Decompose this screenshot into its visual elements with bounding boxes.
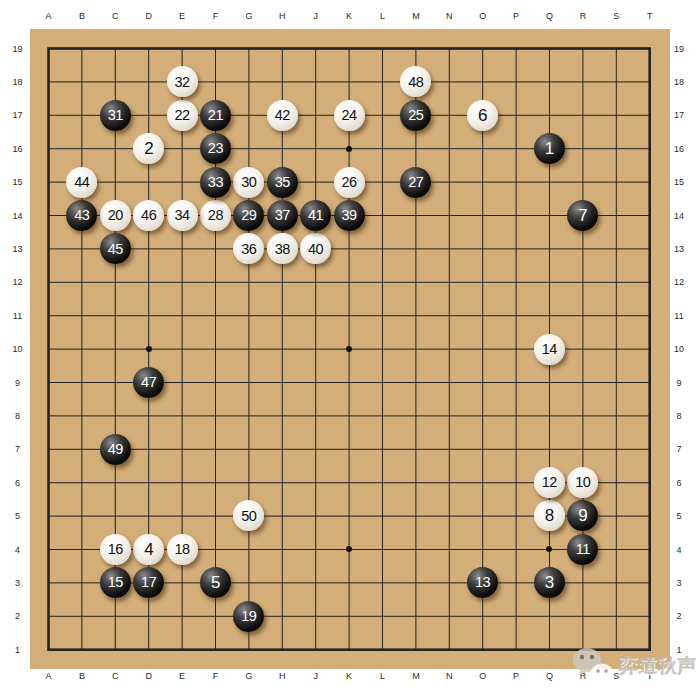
row-label-right: 9 [669,378,689,388]
row-label-right: 6 [669,478,689,488]
stone-white-move-24: 24 [334,100,365,131]
stone-black-move-7: 7 [567,200,598,231]
move-number: 31 [108,108,123,123]
move-number: 28 [208,208,223,223]
move-number: 26 [341,175,356,190]
row-label-right: 10 [669,344,689,354]
move-number: 30 [241,175,256,190]
stone-white-move-12: 12 [534,467,565,498]
stone-black-move-27: 27 [400,167,431,198]
row-label-left: 2 [8,611,28,621]
star-point [146,346,152,352]
star-point [346,346,352,352]
row-label-right: 11 [669,311,689,321]
stone-black-move-33: 33 [200,167,231,198]
column-label-bottom: N [439,671,459,681]
stone-black-move-11: 11 [567,534,598,565]
row-label-left: 18 [8,77,28,87]
column-label-top: S [606,11,626,21]
stone-white-move-34: 34 [167,200,198,231]
column-label-top: T [640,11,660,21]
column-label-bottom: A [39,671,59,681]
move-number: 46 [141,208,156,223]
move-number: 16 [108,542,123,557]
move-number: 49 [108,442,123,457]
wechat-icon [571,645,617,687]
column-label-top: P [506,11,526,21]
row-label-left: 7 [8,444,28,454]
move-number: 1 [545,140,554,157]
stone-white-move-30: 30 [233,167,264,198]
stone-black-move-41: 41 [300,200,331,231]
row-label-right: 7 [669,444,689,454]
move-number: 33 [208,175,223,190]
column-label-top: J [306,11,326,21]
move-number: 13 [475,575,490,590]
column-label-top: N [439,11,459,21]
move-number: 19 [241,609,256,624]
row-label-left: 19 [8,44,28,54]
row-label-left: 14 [8,211,28,221]
column-label-bottom: K [339,671,359,681]
column-label-top: O [473,11,493,21]
board-intersections: 1234567891011121314151617181920212223242… [32,32,666,666]
star-point [546,546,552,552]
row-label-right: 2 [669,611,689,621]
stone-black-move-49: 49 [100,434,131,465]
stone-white-move-20: 20 [100,200,131,231]
move-number: 22 [174,108,189,123]
row-label-left: 12 [8,277,28,287]
move-number: 10 [575,475,590,490]
column-label-bottom: E [172,671,192,681]
move-number: 25 [408,108,423,123]
column-label-top: D [139,11,159,21]
stone-white-move-50: 50 [233,500,264,531]
stone-white-move-22: 22 [167,100,198,131]
stone-black-move-1: 1 [534,133,565,164]
row-label-right: 14 [669,211,689,221]
stone-white-move-48: 48 [400,66,431,97]
stone-white-move-46: 46 [133,200,164,231]
stone-white-move-26: 26 [334,167,365,198]
watermark: 弈道秋声 [571,645,697,687]
row-label-left: 13 [8,244,28,254]
row-label-right: 4 [669,545,689,555]
move-number: 24 [341,108,356,123]
move-number: 47 [141,375,156,390]
column-label-bottom: B [72,671,92,681]
row-label-left: 6 [8,478,28,488]
column-label-top: E [172,11,192,21]
move-number: 36 [241,242,256,257]
stone-black-move-13: 13 [467,567,498,598]
stone-black-move-29: 29 [233,200,264,231]
move-number: 11 [576,542,590,557]
column-label-bottom: H [272,671,292,681]
row-label-left: 1 [8,645,28,655]
move-number: 15 [108,575,123,590]
row-label-right: 13 [669,244,689,254]
move-number: 41 [308,208,323,223]
column-label-bottom: D [139,671,159,681]
go-board: 1234567891011121314151617181920212223242… [30,29,670,669]
stone-black-move-47: 47 [133,367,164,398]
column-label-bottom: L [373,671,393,681]
stone-black-move-19: 19 [233,601,264,632]
move-number: 35 [275,175,290,190]
stone-black-move-17: 17 [133,567,164,598]
stone-white-move-14: 14 [534,334,565,365]
stone-black-move-35: 35 [267,167,298,198]
stone-white-move-36: 36 [233,233,264,264]
column-label-top: Q [540,11,560,21]
move-number: 38 [275,242,290,257]
row-label-right: 15 [669,177,689,187]
stone-black-move-45: 45 [100,233,131,264]
move-number: 12 [542,475,557,490]
move-number: 42 [275,108,290,123]
move-number: 44 [74,175,89,190]
stone-black-move-25: 25 [400,100,431,131]
column-label-bottom: M [406,671,426,681]
stone-white-move-18: 18 [167,534,198,565]
watermark-text: 弈道秋声 [619,653,697,679]
move-number: 5 [211,574,220,591]
move-number: 3 [545,574,554,591]
stone-white-move-38: 38 [267,233,298,264]
column-label-bottom: G [239,671,259,681]
move-number: 37 [275,208,290,223]
move-number: 48 [408,75,423,90]
stone-white-move-4: 4 [133,534,164,565]
stone-white-move-42: 42 [267,100,298,131]
row-label-right: 3 [669,578,689,588]
move-number: 40 [308,242,323,257]
move-number: 2 [144,140,153,157]
column-label-top: A [39,11,59,21]
move-number: 29 [241,208,256,223]
move-number: 20 [108,208,123,223]
row-label-right: 12 [669,277,689,287]
column-label-bottom: P [506,671,526,681]
column-label-bottom: Q [540,671,560,681]
row-label-left: 8 [8,411,28,421]
move-number: 45 [108,242,123,257]
move-number: 32 [174,75,189,90]
move-number: 17 [141,575,156,590]
move-number: 27 [408,175,423,190]
column-label-top: B [72,11,92,21]
move-number: 14 [542,342,557,357]
stone-white-move-32: 32 [167,66,198,97]
stone-white-move-28: 28 [200,200,231,231]
row-label-right: 19 [669,44,689,54]
stone-black-move-23: 23 [200,133,231,164]
move-number: 18 [174,542,189,557]
stone-black-move-21: 21 [200,100,231,131]
column-label-bottom: F [206,671,226,681]
stone-white-move-16: 16 [100,534,131,565]
column-label-top: L [373,11,393,21]
row-label-left: 9 [8,378,28,388]
stone-white-move-6: 6 [467,100,498,131]
move-number: 6 [478,107,487,124]
row-label-left: 11 [8,311,28,321]
go-diagram-page: 1234567891011121314151617181920212223242… [0,0,700,700]
row-label-left: 3 [8,578,28,588]
column-label-top: G [239,11,259,21]
stone-white-move-40: 40 [300,233,331,264]
row-label-left: 17 [8,110,28,120]
column-label-top: M [406,11,426,21]
row-label-left: 5 [8,511,28,521]
stone-white-move-10: 10 [567,467,598,498]
move-number: 4 [144,541,153,558]
stone-white-move-2: 2 [133,133,164,164]
stone-black-move-43: 43 [66,200,97,231]
stone-black-move-3: 3 [534,567,565,598]
column-label-bottom: J [306,671,326,681]
row-label-right: 16 [669,144,689,154]
stone-black-move-5: 5 [200,567,231,598]
row-label-left: 4 [8,545,28,555]
stone-black-move-39: 39 [334,200,365,231]
column-label-top: F [206,11,226,21]
stone-white-move-8: 8 [534,500,565,531]
move-number: 9 [578,507,587,524]
row-label-right: 8 [669,411,689,421]
row-label-left: 16 [8,144,28,154]
move-number: 7 [578,207,587,224]
move-number: 34 [174,208,189,223]
column-label-bottom: C [105,671,125,681]
star-point [346,546,352,552]
column-label-top: K [339,11,359,21]
move-number: 39 [341,208,356,223]
move-number: 43 [74,208,89,223]
stone-white-move-44: 44 [66,167,97,198]
column-label-top: C [105,11,125,21]
stone-black-move-9: 9 [567,500,598,531]
move-number: 23 [208,141,223,156]
row-label-left: 15 [8,177,28,187]
stone-black-move-15: 15 [100,567,131,598]
column-label-top: H [272,11,292,21]
stone-black-move-31: 31 [100,100,131,131]
row-label-right: 5 [669,511,689,521]
move-number: 21 [208,108,223,123]
row-label-left: 10 [8,344,28,354]
star-point [346,146,352,152]
column-label-bottom: O [473,671,493,681]
row-label-right: 18 [669,77,689,87]
row-label-right: 17 [669,110,689,120]
column-label-top: R [573,11,593,21]
move-number: 8 [545,507,554,524]
move-number: 50 [241,509,256,524]
stone-black-move-37: 37 [267,200,298,231]
